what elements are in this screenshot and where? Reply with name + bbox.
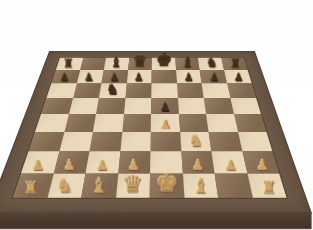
square-f5 (177, 98, 206, 114)
square-b6 (73, 83, 102, 98)
square-c5 (96, 98, 125, 114)
square-f8: ♝ (175, 58, 200, 70)
square-g2: ♟ (211, 151, 246, 173)
square-f4 (179, 114, 209, 132)
piece-black-rook-a8: ♜ (55, 57, 81, 69)
piece-white-pawn-e4: ♟ (149, 118, 180, 131)
square-g5 (204, 98, 234, 114)
piece-black-queen-d8: ♛ (127, 53, 153, 70)
square-a8: ♜ (56, 58, 83, 70)
square-e4: ♟ (151, 114, 180, 132)
photo-scene: ♜♝♛♚♝♞♜♟♟♟♟♟♟♟♞♟♟♞♟♟♟♟♟♟♟♜♞♝♛♚♝♜ (0, 0, 313, 230)
caption: Walnut board with Timeless pieces (10, 209, 124, 216)
square-b8 (80, 58, 106, 70)
piece-white-pawn-f2: ♟ (181, 158, 216, 172)
square-b3 (59, 132, 93, 152)
piece-black-pawn-a7: ♟ (51, 71, 78, 82)
square-f2: ♟ (181, 151, 215, 173)
piece-white-knight-b1: ♞ (46, 177, 83, 196)
product-photo: ♜♝♛♚♝♞♜♟♟♟♟♟♟♟♞♟♟♞♟♟♟♟♟♟♟♜♞♝♛♚♝♜ Walnut … (0, 0, 313, 230)
piece-white-king-e1: ♚ (148, 170, 185, 196)
piece-white-pawn-g2: ♟ (213, 158, 248, 172)
square-f3: ♞ (180, 132, 212, 152)
piece-black-pawn-d7: ♟ (125, 71, 152, 82)
piece-white-bishop-c1: ♝ (80, 176, 117, 196)
piece-black-rook-h8: ♜ (222, 57, 248, 69)
piece-white-pawn-b2: ♟ (52, 158, 87, 172)
square-c4 (93, 114, 124, 132)
square-c3 (89, 132, 121, 152)
square-a7: ♟ (51, 70, 79, 83)
square-c6: ♞ (99, 83, 127, 98)
piece-black-pawn-b7: ♟ (75, 71, 102, 82)
square-d2: ♟ (118, 151, 151, 173)
piece-white-pawn-c2: ♟ (84, 158, 119, 172)
piece-black-king-e8: ♚ (151, 51, 177, 69)
piece-white-knight-f3: ♞ (179, 133, 212, 150)
square-h7: ♟ (224, 70, 252, 83)
piece-white-pawn-h2: ♟ (245, 158, 280, 172)
square-c1: ♝ (81, 173, 118, 198)
square-e1: ♚ (150, 173, 184, 198)
piece-black-bishop-f8: ♝ (175, 55, 201, 69)
square-h5 (230, 98, 261, 114)
square-h8: ♜ (221, 58, 248, 70)
square-g3 (209, 132, 242, 152)
piece-white-pawn-a2: ♟ (20, 158, 55, 172)
square-e7 (151, 70, 176, 83)
piece-white-pawn-d2: ♟ (116, 158, 151, 172)
square-b2: ♟ (53, 151, 89, 173)
square-g8: ♞ (198, 58, 224, 70)
square-h1: ♜ (247, 173, 287, 198)
square-g7: ♟ (200, 70, 227, 83)
square-h2: ♟ (242, 151, 279, 173)
square-e8: ♚ (152, 58, 176, 70)
piece-white-rook-a1: ♜ (12, 179, 49, 196)
square-e6 (151, 83, 177, 98)
square-g4 (206, 114, 237, 132)
square-e3 (150, 132, 180, 152)
piece-black-pawn-c7: ♟ (100, 71, 127, 82)
square-h6 (227, 83, 256, 98)
square-c2: ♟ (86, 151, 120, 173)
square-d7: ♟ (126, 70, 151, 83)
square-b7: ♟ (76, 70, 103, 83)
square-f1: ♝ (182, 173, 218, 198)
square-f7: ♟ (176, 70, 202, 83)
square-d5 (124, 98, 152, 114)
square-d3 (120, 132, 151, 152)
square-d1: ♛ (115, 173, 150, 198)
square-b5 (69, 98, 99, 114)
square-c7: ♟ (101, 70, 127, 83)
square-h3 (237, 132, 272, 152)
square-e2 (150, 151, 182, 173)
square-e5: ♟ (151, 98, 179, 114)
piece-black-knight-c6: ♞ (98, 83, 126, 97)
piece-white-rook-h1: ♜ (250, 179, 287, 196)
square-c8: ♝ (104, 58, 129, 70)
square-d4 (122, 114, 151, 132)
square-b1: ♞ (47, 173, 86, 198)
piece-black-bishop-c8: ♝ (103, 55, 129, 69)
square-b4 (64, 114, 96, 132)
chess-board: ♜♝♛♚♝♞♜♟♟♟♟♟♟♟♞♟♟♞♟♟♟♟♟♟♟♜♞♝♛♚♝♜ (0, 51, 312, 213)
piece-black-pawn-e5: ♟ (150, 101, 180, 113)
board-squares: ♜♝♛♚♝♞♜♟♟♟♟♟♟♟♞♟♟♞♟♟♟♟♟♟♟♜♞♝♛♚♝♜ (13, 58, 287, 198)
square-d8: ♛ (128, 58, 152, 70)
square-g6 (202, 83, 230, 98)
square-d6 (125, 83, 151, 98)
piece-white-queen-d1: ♛ (114, 172, 151, 196)
piece-black-pawn-f7: ♟ (175, 71, 202, 82)
square-f6 (177, 83, 204, 98)
piece-white-bishop-f1: ♝ (182, 176, 219, 196)
piece-black-pawn-h7: ♟ (225, 71, 252, 82)
square-a6 (46, 83, 76, 98)
square-h4 (234, 114, 267, 132)
